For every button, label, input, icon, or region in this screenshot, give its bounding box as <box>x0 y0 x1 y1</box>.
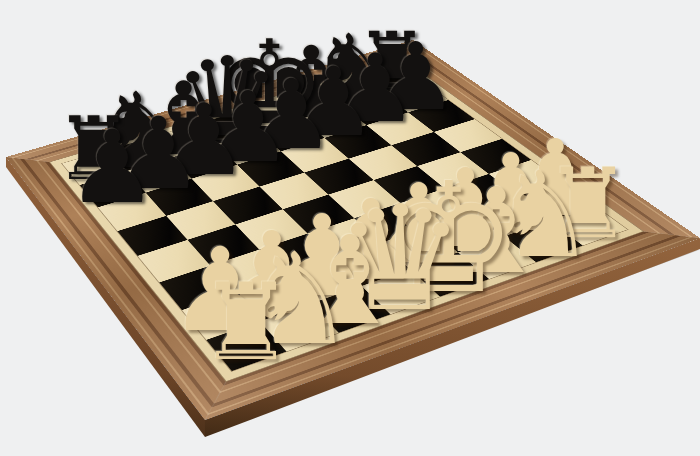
product-photo-stage: ♜♞♝♛♚♝♞♜♟♟♟♟♟♟♟♟♟♟♟♟♟♟♟♟♜♞♝♛♚♝♞♜ <box>0 0 700 456</box>
chess-board <box>6 40 700 420</box>
